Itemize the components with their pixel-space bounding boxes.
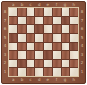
- square-e8[interactable]: [44, 8, 52, 16]
- square-a7[interactable]: [9, 17, 17, 25]
- square-d5[interactable]: [35, 34, 43, 42]
- square-a6[interactable]: [9, 25, 17, 33]
- rank-label-4: 4: [79, 42, 85, 51]
- square-d1[interactable]: [35, 68, 43, 76]
- square-f1[interactable]: [53, 68, 61, 76]
- square-d6[interactable]: [35, 25, 43, 33]
- square-e7[interactable]: [44, 17, 52, 25]
- square-d3[interactable]: [35, 51, 43, 59]
- square-a2[interactable]: [9, 60, 17, 68]
- square-b1[interactable]: [18, 68, 26, 76]
- square-e2[interactable]: [44, 60, 52, 68]
- board-grid: [9, 8, 78, 76]
- square-g4[interactable]: [62, 43, 70, 51]
- square-e5[interactable]: [44, 34, 52, 42]
- file-label-b: b: [18, 77, 27, 83]
- square-b2[interactable]: [18, 60, 26, 68]
- rank-label-2: 2: [79, 59, 85, 68]
- chessboard-photo: abcdefgh abcdefgh 87654321 87654321: [0, 0, 87, 85]
- rank-label-5: 5: [79, 34, 85, 43]
- square-c8[interactable]: [27, 8, 35, 16]
- rank-label-8: 8: [79, 8, 85, 17]
- square-b8[interactable]: [18, 8, 26, 16]
- square-c6[interactable]: [27, 25, 35, 33]
- square-h3[interactable]: [70, 51, 78, 59]
- square-h4[interactable]: [70, 43, 78, 51]
- square-g2[interactable]: [62, 60, 70, 68]
- square-c7[interactable]: [27, 17, 35, 25]
- square-f6[interactable]: [53, 25, 61, 33]
- rank-label-1: 1: [79, 68, 85, 77]
- square-g3[interactable]: [62, 51, 70, 59]
- square-a3[interactable]: [9, 51, 17, 59]
- square-d4[interactable]: [35, 43, 43, 51]
- square-d7[interactable]: [35, 17, 43, 25]
- square-g5[interactable]: [62, 34, 70, 42]
- rank-label-6: 6: [79, 25, 85, 34]
- file-label-d: d: [35, 77, 44, 83]
- square-e6[interactable]: [44, 25, 52, 33]
- square-f3[interactable]: [53, 51, 61, 59]
- square-f5[interactable]: [53, 34, 61, 42]
- square-e1[interactable]: [44, 68, 52, 76]
- square-b6[interactable]: [18, 25, 26, 33]
- square-b3[interactable]: [18, 51, 26, 59]
- chessboard[interactable]: abcdefgh abcdefgh 87654321 87654321: [1, 1, 86, 84]
- square-b4[interactable]: [18, 43, 26, 51]
- square-a5[interactable]: [9, 34, 17, 42]
- rank-label-3: 3: [79, 51, 85, 60]
- square-g6[interactable]: [62, 25, 70, 33]
- square-a8[interactable]: [9, 8, 17, 16]
- square-h6[interactable]: [70, 25, 78, 33]
- square-a4[interactable]: [9, 43, 17, 51]
- square-f8[interactable]: [53, 8, 61, 16]
- rank-label-7: 7: [79, 17, 85, 26]
- square-g7[interactable]: [62, 17, 70, 25]
- square-f7[interactable]: [53, 17, 61, 25]
- square-d8[interactable]: [35, 8, 43, 16]
- square-f4[interactable]: [53, 43, 61, 51]
- square-c1[interactable]: [27, 68, 35, 76]
- file-label-g: g: [61, 77, 70, 83]
- file-label-c: c: [26, 77, 35, 83]
- file-label-a: a: [9, 77, 18, 83]
- square-c5[interactable]: [27, 34, 35, 42]
- rank-labels-right: 87654321: [79, 8, 85, 76]
- square-e4[interactable]: [44, 43, 52, 51]
- square-h1[interactable]: [70, 68, 78, 76]
- square-g8[interactable]: [62, 8, 70, 16]
- file-label-h: h: [69, 77, 78, 83]
- square-h5[interactable]: [70, 34, 78, 42]
- square-d2[interactable]: [35, 60, 43, 68]
- square-b5[interactable]: [18, 34, 26, 42]
- square-h2[interactable]: [70, 60, 78, 68]
- square-a1[interactable]: [9, 68, 17, 76]
- square-h8[interactable]: [70, 8, 78, 16]
- square-h7[interactable]: [70, 17, 78, 25]
- file-label-e: e: [44, 77, 53, 83]
- square-b7[interactable]: [18, 17, 26, 25]
- square-g1[interactable]: [62, 68, 70, 76]
- square-c4[interactable]: [27, 43, 35, 51]
- file-label-f: f: [52, 77, 61, 83]
- square-c3[interactable]: [27, 51, 35, 59]
- board-inner-trim: [8, 7, 79, 77]
- square-c2[interactable]: [27, 60, 35, 68]
- square-e3[interactable]: [44, 51, 52, 59]
- file-labels-bottom: abcdefgh: [9, 77, 78, 83]
- square-f2[interactable]: [53, 60, 61, 68]
